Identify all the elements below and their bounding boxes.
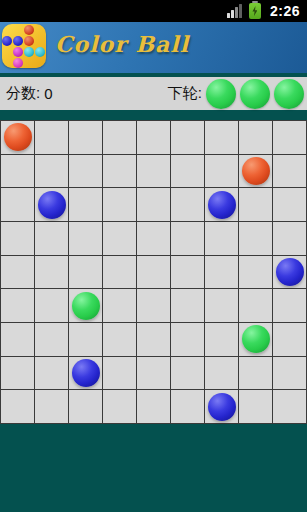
board-cell-r8c9[interactable] [273, 357, 306, 390]
board-cell-r6c9[interactable] [273, 289, 306, 322]
blue-dot-icon [2, 36, 12, 46]
board-cell-r2c9[interactable] [273, 155, 306, 188]
battery-charging-icon [249, 3, 261, 19]
board-cell-r8c1[interactable] [1, 357, 34, 390]
next-ball-green [274, 79, 304, 109]
next-ball-green [206, 79, 236, 109]
board-cell-r7c9[interactable] [273, 323, 306, 356]
board-cell-r5c2[interactable] [35, 256, 68, 289]
board-cell-r6c6[interactable] [171, 289, 204, 322]
board-cell-r4c2[interactable] [35, 222, 68, 255]
board-cell-r3c6[interactable] [171, 188, 204, 221]
board-cell-r9c6[interactable] [171, 390, 204, 423]
board-cell-r5c1[interactable] [1, 256, 34, 289]
board-cell-r8c3[interactable] [69, 357, 102, 390]
board-cell-r1c3[interactable] [69, 121, 102, 154]
board-cell-r7c5[interactable] [137, 323, 170, 356]
board-cell-r8c6[interactable] [171, 357, 204, 390]
magenta-dot-icon [13, 47, 23, 57]
board-cell-r9c9[interactable] [273, 390, 306, 423]
board-cell-r3c1[interactable] [1, 188, 34, 221]
board-cell-r3c9[interactable] [273, 188, 306, 221]
board-cell-r1c2[interactable] [35, 121, 68, 154]
board-cell-r7c6[interactable] [171, 323, 204, 356]
board-cell-r5c4[interactable] [103, 256, 136, 289]
score-bar: 分数: 0 下轮: [0, 77, 307, 110]
board-cell-r9c3[interactable] [69, 390, 102, 423]
board-cell-r4c3[interactable] [69, 222, 102, 255]
board-cell-r8c2[interactable] [35, 357, 68, 390]
lightning-bolt-icon [252, 6, 257, 16]
board-cell-r6c1[interactable] [1, 289, 34, 322]
cyan-dot-icon [35, 47, 45, 57]
board-cell-r9c7[interactable] [205, 390, 238, 423]
blue-ball[interactable] [276, 258, 304, 286]
blue-dot-icon [13, 36, 23, 46]
board-cell-r5c6[interactable] [171, 256, 204, 289]
board-cell-r1c6[interactable] [171, 121, 204, 154]
next-balls-tray [202, 79, 304, 109]
board-cell-r7c4[interactable] [103, 323, 136, 356]
board-cell-r4c8[interactable] [239, 222, 272, 255]
board-cell-r7c8[interactable] [239, 323, 272, 356]
board-cell-r5c7[interactable] [205, 256, 238, 289]
board-cell-r2c2[interactable] [35, 155, 68, 188]
board-cell-r1c7[interactable] [205, 121, 238, 154]
board-cell-r4c6[interactable] [171, 222, 204, 255]
status-bar: 2:26 [0, 0, 307, 22]
board-cell-r9c8[interactable] [239, 390, 272, 423]
board-cell-r5c8[interactable] [239, 256, 272, 289]
board-cell-r7c3[interactable] [69, 323, 102, 356]
app-title: Color Ball [55, 31, 189, 57]
board-cell-r3c3[interactable] [69, 188, 102, 221]
board-cell-r2c1[interactable] [1, 155, 34, 188]
board-cell-r6c7[interactable] [205, 289, 238, 322]
board-cell-r3c8[interactable] [239, 188, 272, 221]
board-cell-r5c9[interactable] [273, 256, 306, 289]
board-cell-r4c7[interactable] [205, 222, 238, 255]
board-cell-r7c1[interactable] [1, 323, 34, 356]
green-ball[interactable] [242, 325, 270, 353]
board-cell-r5c5[interactable] [137, 256, 170, 289]
board-cell-r6c5[interactable] [137, 289, 170, 322]
board-cell-r6c2[interactable] [35, 289, 68, 322]
red-ball[interactable] [4, 123, 32, 151]
board-cell-r9c5[interactable] [137, 390, 170, 423]
board-cell-r5c3[interactable] [69, 256, 102, 289]
app-screen: 2:26 Color Ball 分数: 0 下轮: [0, 0, 307, 512]
board-cell-r4c9[interactable] [273, 222, 306, 255]
blue-ball[interactable] [208, 393, 236, 421]
board-cell-r7c7[interactable] [205, 323, 238, 356]
board-cell-r6c8[interactable] [239, 289, 272, 322]
board-cell-r1c5[interactable] [137, 121, 170, 154]
board-cell-r6c4[interactable] [103, 289, 136, 322]
score-group: 分数: 0 [6, 77, 53, 110]
board-cell-r8c8[interactable] [239, 357, 272, 390]
status-time: 2:26 [270, 3, 300, 19]
score-value: 0 [44, 85, 52, 102]
blue-ball[interactable] [72, 359, 100, 387]
board-cell-r1c8[interactable] [239, 121, 272, 154]
signal-strength-icon [227, 4, 242, 18]
board-cell-r8c5[interactable] [137, 357, 170, 390]
board-cell-r6c3[interactable] [69, 289, 102, 322]
next-ball-green [240, 79, 270, 109]
board-cell-r3c5[interactable] [137, 188, 170, 221]
cyan-dot-icon [24, 47, 34, 57]
board-cell-r1c1[interactable] [1, 121, 34, 154]
board-cell-r9c4[interactable] [103, 390, 136, 423]
app-icon [2, 24, 46, 68]
board-cell-r2c7[interactable] [205, 155, 238, 188]
board-cell-r2c3[interactable] [69, 155, 102, 188]
red-ball[interactable] [242, 157, 270, 185]
next-label: 下轮: [168, 84, 202, 103]
board-cell-r1c4[interactable] [103, 121, 136, 154]
blue-ball[interactable] [38, 191, 66, 219]
board-cell-r9c1[interactable] [1, 390, 34, 423]
board-cell-r8c4[interactable] [103, 357, 136, 390]
title-bar: Color Ball [0, 22, 307, 73]
board-cell-r7c2[interactable] [35, 323, 68, 356]
board-cell-r1c9[interactable] [273, 121, 306, 154]
pink-dot-icon [13, 58, 23, 68]
board-cell-r3c7[interactable] [205, 188, 238, 221]
next-round-group: 下轮: [168, 77, 304, 110]
green-ball[interactable] [72, 292, 100, 320]
board-cell-r2c6[interactable] [171, 155, 204, 188]
board-cell-r8c7[interactable] [205, 357, 238, 390]
board-cell-r3c2[interactable] [35, 188, 68, 221]
board-cell-r4c5[interactable] [137, 222, 170, 255]
red-dot-icon [24, 36, 34, 46]
blue-ball[interactable] [208, 191, 236, 219]
game-board[interactable] [0, 120, 307, 424]
board-cell-r2c5[interactable] [137, 155, 170, 188]
board-cell-r9c2[interactable] [35, 390, 68, 423]
board-cell-r4c4[interactable] [103, 222, 136, 255]
board-cell-r2c4[interactable] [103, 155, 136, 188]
board-cell-r3c4[interactable] [103, 188, 136, 221]
score-label: 分数: [6, 84, 40, 103]
board-cell-r2c8[interactable] [239, 155, 272, 188]
red-dot-icon [24, 25, 34, 35]
board-cell-r4c1[interactable] [1, 222, 34, 255]
